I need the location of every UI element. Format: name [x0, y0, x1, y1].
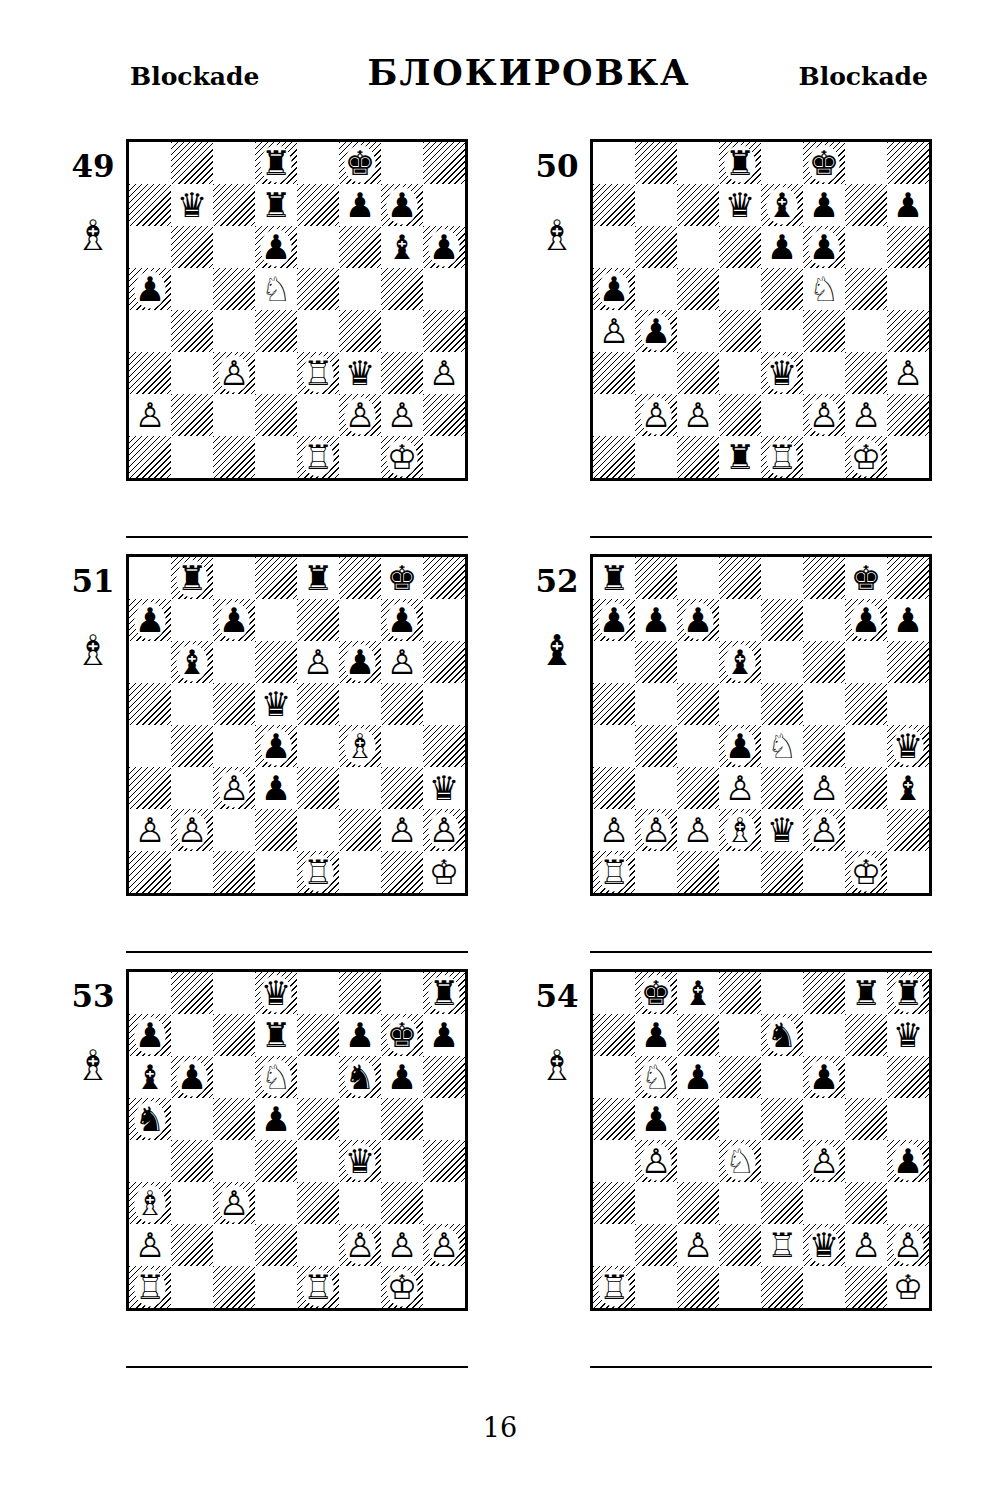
square-g2 [845, 809, 887, 851]
black-king: ♚ [381, 557, 423, 599]
square-g1 [845, 1266, 887, 1308]
square-c5 [213, 683, 255, 725]
white-pawn: ♙ [887, 1224, 929, 1266]
square-c2 [213, 1224, 255, 1266]
white-pawn: ♙ [213, 767, 255, 809]
diagram-52-board-area: ♜♚♟♟♟♟♟♝♟♘♛♙♙♝♙♙♙♗♛♙♖♔ [590, 554, 932, 953]
square-e1 [761, 1266, 803, 1308]
square-c7: ♟ [677, 599, 719, 641]
square-d8 [719, 557, 761, 599]
square-c8 [677, 557, 719, 599]
diagram-49-board-area: ♜♚♛♜♟♟♟♝♟♟♘♙♖♛♙♙♙♙♖♔ [126, 139, 468, 538]
square-g7 [845, 184, 887, 226]
square-f1 [803, 436, 845, 478]
square-b8: ♜ [171, 557, 213, 599]
square-g8: ♚ [845, 557, 887, 599]
square-a2: ♙ [129, 809, 171, 851]
white-pawn: ♙ [423, 1224, 465, 1266]
black-rook: ♜ [887, 972, 929, 1014]
square-a6 [593, 641, 635, 683]
white-knight: ♘ [635, 1056, 677, 1098]
square-a7: ♟ [129, 599, 171, 641]
square-e1: ♖ [761, 436, 803, 478]
square-e2 [297, 809, 339, 851]
white-king: ♔ [845, 436, 887, 478]
white-pawn: ♙ [593, 310, 635, 352]
black-pawn: ♟ [635, 310, 677, 352]
black-pawn: ♟ [213, 599, 255, 641]
white-rook: ♖ [129, 1266, 171, 1308]
black-bishop-icon: ♝ [538, 630, 576, 672]
square-f6: ♟ [803, 226, 845, 268]
square-d2 [719, 394, 761, 436]
square-c6 [677, 641, 719, 683]
black-rook: ♜ [297, 557, 339, 599]
diagram-49-margin: 49 ♗ [60, 139, 126, 538]
square-c3 [677, 352, 719, 394]
square-c3: ♙ [213, 352, 255, 394]
black-pawn: ♟ [423, 1014, 465, 1056]
square-a2: ♙ [129, 394, 171, 436]
square-h6 [887, 641, 929, 683]
square-a5: ♟ [593, 268, 635, 310]
white-pawn: ♙ [887, 352, 929, 394]
black-rook: ♜ [719, 142, 761, 184]
white-rook: ♖ [593, 1266, 635, 1308]
square-h7 [423, 184, 465, 226]
white-bishop-icon: ♗ [538, 215, 576, 257]
square-e5 [297, 268, 339, 310]
diagram-51: 51 ♗ ♜♜♚♟♟♟♝♙♟♙♛♟♗♙♟♛♙♙♙♙♖♔ [60, 554, 468, 953]
square-g2: ♙ [381, 394, 423, 436]
diagram-52-margin: 52 ♝ [524, 554, 590, 953]
square-f6: ♟ [803, 1056, 845, 1098]
square-f5 [339, 683, 381, 725]
black-pawn: ♟ [803, 184, 845, 226]
black-rook: ♜ [255, 1014, 297, 1056]
black-queen: ♛ [423, 767, 465, 809]
square-f8 [339, 557, 381, 599]
white-pawn: ♙ [677, 394, 719, 436]
diagram-53: 53 ♗ ♛♜♟♜♟♚♟♝♟♘♞♟♞♟♛♗♙♙♙♙♙♖♖♔ [60, 969, 468, 1368]
square-g8 [845, 142, 887, 184]
square-b2: ♙ [635, 394, 677, 436]
white-pawn: ♙ [803, 767, 845, 809]
page-title: БЛОКИРОВКА [338, 52, 721, 93]
white-rook: ♖ [761, 1224, 803, 1266]
square-g4 [845, 310, 887, 352]
square-f2: ♛ [803, 1224, 845, 1266]
black-queen: ♛ [761, 352, 803, 394]
square-d7 [719, 599, 761, 641]
square-g7: ♟ [381, 184, 423, 226]
square-b4: ♟ [635, 310, 677, 352]
black-king: ♚ [339, 142, 381, 184]
white-bishop: ♗ [129, 1182, 171, 1224]
black-pawn: ♟ [381, 184, 423, 226]
square-a4 [593, 1140, 635, 1182]
square-e7 [297, 599, 339, 641]
square-f2: ♙ [339, 1224, 381, 1266]
square-g4 [381, 725, 423, 767]
square-g5 [381, 268, 423, 310]
diagram-50-margin: 50 ♗ [524, 139, 590, 538]
square-b1 [171, 436, 213, 478]
square-g2: ♙ [845, 1224, 887, 1266]
square-g8 [381, 142, 423, 184]
square-a8 [129, 972, 171, 1014]
black-bishop: ♝ [129, 1056, 171, 1098]
square-f4 [803, 310, 845, 352]
square-b5 [635, 268, 677, 310]
white-pawn: ♙ [423, 809, 465, 851]
white-pawn: ♙ [635, 1140, 677, 1182]
black-rook: ♜ [593, 557, 635, 599]
square-a1 [129, 436, 171, 478]
square-g8: ♜ [845, 972, 887, 1014]
square-c1 [677, 436, 719, 478]
square-c4 [677, 310, 719, 352]
square-f5 [339, 1098, 381, 1140]
white-pawn: ♙ [803, 394, 845, 436]
square-a2 [593, 394, 635, 436]
diagram-grid: 49 ♗ ♜♚♛♜♟♟♟♝♟♟♘♙♖♛♙♙♙♙♖♔ 50 ♗ ♜♚♛♝♟♟♟♟♟… [60, 139, 1000, 1368]
square-e8 [297, 142, 339, 184]
square-a2: ♙ [129, 1224, 171, 1266]
square-e8 [761, 557, 803, 599]
white-pawn: ♙ [635, 809, 677, 851]
square-c2: ♙ [677, 1224, 719, 1266]
square-h7 [423, 599, 465, 641]
square-d8: ♛ [255, 972, 297, 1014]
square-a6: ♝ [129, 1056, 171, 1098]
square-b6: ♟ [171, 1056, 213, 1098]
square-h2 [887, 809, 929, 851]
white-pawn: ♙ [803, 1140, 845, 1182]
square-f7 [339, 599, 381, 641]
square-g5 [381, 1098, 423, 1140]
diagram-50: 50 ♗ ♜♚♛♝♟♟♟♟♟♘♙♟♛♙♙♙♙♙♜♖♔ [524, 139, 932, 538]
diagram-54-margin: 54 ♗ [524, 969, 590, 1368]
square-f3: ♙ [803, 767, 845, 809]
square-a4: ♙ [593, 310, 635, 352]
square-g1 [381, 851, 423, 893]
square-g2: ♙ [381, 809, 423, 851]
square-c6: ♟ [677, 1056, 719, 1098]
white-pawn: ♙ [719, 767, 761, 809]
white-knight: ♘ [803, 268, 845, 310]
square-e6 [761, 1056, 803, 1098]
square-e3 [761, 1182, 803, 1224]
white-knight: ♘ [719, 1140, 761, 1182]
black-bishop: ♝ [887, 767, 929, 809]
square-h6 [423, 1056, 465, 1098]
square-h2: ♙ [423, 1224, 465, 1266]
white-bishop: ♗ [719, 809, 761, 851]
black-bishop: ♝ [677, 972, 719, 1014]
square-g3 [845, 767, 887, 809]
diagram-52: 52 ♝ ♜♚♟♟♟♟♟♝♟♘♛♙♙♝♙♙♙♗♛♙♖♔ [524, 554, 932, 953]
square-d1 [719, 1266, 761, 1308]
square-g4 [381, 310, 423, 352]
black-bishop: ♝ [719, 641, 761, 683]
square-h8 [887, 557, 929, 599]
black-king: ♚ [635, 972, 677, 1014]
square-b4 [635, 725, 677, 767]
black-pawn: ♟ [845, 599, 887, 641]
square-d5: ♛ [255, 683, 297, 725]
square-a7 [593, 184, 635, 226]
square-f2: ♙ [803, 394, 845, 436]
diagram-number: 51 [71, 564, 114, 598]
square-e4 [297, 310, 339, 352]
white-rook: ♖ [297, 436, 339, 478]
square-h8: ♜ [423, 972, 465, 1014]
separator-line [590, 951, 932, 953]
square-h4: ♛ [887, 725, 929, 767]
header-left-label: Blockade [130, 62, 338, 91]
square-e8: ♜ [297, 557, 339, 599]
square-c5 [213, 1098, 255, 1140]
square-d6 [255, 641, 297, 683]
square-f7: ♟ [339, 1014, 381, 1056]
square-d1: ♜ [719, 436, 761, 478]
square-h3 [423, 1182, 465, 1224]
white-pawn: ♙ [803, 809, 845, 851]
square-c8 [677, 142, 719, 184]
square-h1: ♔ [887, 1266, 929, 1308]
diagram-53-margin: 53 ♗ [60, 969, 126, 1368]
square-d6 [719, 226, 761, 268]
square-a6 [593, 226, 635, 268]
square-b3 [635, 352, 677, 394]
square-c3: ♙ [213, 1182, 255, 1224]
square-e5 [761, 1098, 803, 1140]
square-h6 [887, 226, 929, 268]
square-b3 [635, 767, 677, 809]
square-f6 [803, 641, 845, 683]
square-c6 [677, 226, 719, 268]
square-b1 [635, 436, 677, 478]
white-pawn: ♙ [381, 641, 423, 683]
square-f8 [803, 972, 845, 1014]
separator-line [126, 1366, 468, 1368]
square-g4 [845, 725, 887, 767]
square-a5: ♟ [129, 268, 171, 310]
black-queen: ♛ [171, 184, 213, 226]
square-d4 [255, 310, 297, 352]
white-pawn: ♙ [423, 352, 465, 394]
white-king: ♔ [845, 851, 887, 893]
square-f5 [803, 683, 845, 725]
square-h3: ♝ [887, 767, 929, 809]
square-a2 [593, 1224, 635, 1266]
square-c7 [213, 184, 255, 226]
square-f3 [803, 1182, 845, 1224]
square-a3 [593, 767, 635, 809]
square-h8: ♜ [887, 972, 929, 1014]
white-pawn: ♙ [381, 809, 423, 851]
square-h5 [887, 268, 929, 310]
square-a6 [593, 1056, 635, 1098]
square-a5 [593, 683, 635, 725]
square-h3: ♛ [423, 767, 465, 809]
square-c1 [213, 1266, 255, 1308]
square-c6 [213, 226, 255, 268]
square-e4 [297, 725, 339, 767]
square-d3 [255, 352, 297, 394]
square-h5 [887, 1098, 929, 1140]
square-e4 [297, 1140, 339, 1182]
square-f4: ♗ [339, 725, 381, 767]
black-pawn: ♟ [339, 641, 381, 683]
square-c2 [213, 394, 255, 436]
page-header: Blockade БЛОКИРОВКА Blockade [130, 52, 928, 93]
square-c8 [213, 142, 255, 184]
square-f7 [803, 1014, 845, 1056]
square-e7: ♝ [761, 184, 803, 226]
square-b5 [171, 683, 213, 725]
square-d7: ♜ [255, 184, 297, 226]
square-c3 [677, 767, 719, 809]
square-h1 [423, 1266, 465, 1308]
square-g1: ♔ [381, 1266, 423, 1308]
square-f2 [339, 809, 381, 851]
white-pawn: ♙ [129, 394, 171, 436]
diagram-51-board-area: ♜♜♚♟♟♟♝♙♟♙♛♟♗♙♟♛♙♙♙♙♖♔ [126, 554, 468, 953]
square-f8 [339, 972, 381, 1014]
square-h6: ♟ [423, 226, 465, 268]
square-b2 [171, 1224, 213, 1266]
square-f1 [803, 1266, 845, 1308]
square-a4 [593, 725, 635, 767]
square-h5 [887, 683, 929, 725]
square-g8: ♚ [381, 557, 423, 599]
square-a1 [129, 851, 171, 893]
square-g7 [845, 1014, 887, 1056]
black-pawn: ♟ [635, 1098, 677, 1140]
square-d8: ♜ [255, 142, 297, 184]
square-a7 [593, 1014, 635, 1056]
square-e5 [297, 1098, 339, 1140]
black-pawn: ♟ [887, 599, 929, 641]
square-d7: ♛ [719, 184, 761, 226]
square-g1: ♔ [381, 436, 423, 478]
square-h1: ♔ [423, 851, 465, 893]
square-a3 [593, 352, 635, 394]
square-f7: ♟ [803, 184, 845, 226]
black-pawn: ♟ [339, 1014, 381, 1056]
square-b5: ♟ [635, 1098, 677, 1140]
square-c1 [677, 1266, 719, 1308]
square-f3: ♛ [339, 352, 381, 394]
square-d8 [255, 557, 297, 599]
diagram-number: 52 [535, 564, 578, 598]
square-b5 [171, 1098, 213, 1140]
square-f3 [339, 1182, 381, 1224]
black-queen: ♛ [255, 683, 297, 725]
black-pawn: ♟ [635, 1014, 677, 1056]
square-b2 [635, 1224, 677, 1266]
square-d5 [719, 1098, 761, 1140]
black-pawn: ♟ [887, 184, 929, 226]
black-pawn: ♟ [887, 1140, 929, 1182]
white-rook: ♖ [297, 1266, 339, 1308]
chess-board-52: ♜♚♟♟♟♟♟♝♟♘♛♙♙♝♙♙♙♗♛♙♖♔ [590, 554, 932, 896]
square-a5: ♞ [129, 1098, 171, 1140]
square-d2 [255, 809, 297, 851]
square-b2: ♙ [635, 809, 677, 851]
square-e3 [761, 767, 803, 809]
square-h8 [887, 142, 929, 184]
square-f4 [803, 725, 845, 767]
square-g5 [845, 268, 887, 310]
square-c2: ♙ [677, 394, 719, 436]
square-e1: ♖ [297, 1266, 339, 1308]
square-c1 [677, 851, 719, 893]
square-b6 [171, 226, 213, 268]
square-c4 [213, 310, 255, 352]
square-c2: ♙ [677, 809, 719, 851]
square-g3 [381, 352, 423, 394]
diagram-number: 53 [71, 979, 114, 1013]
square-c6 [213, 1056, 255, 1098]
square-g7: ♟ [845, 599, 887, 641]
square-f8: ♚ [339, 142, 381, 184]
separator-line [126, 536, 468, 538]
square-d8 [719, 972, 761, 1014]
square-a7: ♟ [129, 1014, 171, 1056]
square-d1 [719, 851, 761, 893]
square-e6: ♙ [297, 641, 339, 683]
black-pawn: ♟ [129, 599, 171, 641]
square-e7 [297, 1014, 339, 1056]
square-e4 [761, 310, 803, 352]
book-page: Blockade БЛОКИРОВКА Blockade 49 ♗ ♜♚♛♜♟♟… [0, 0, 1000, 1500]
square-g6: ♙ [381, 641, 423, 683]
square-d4: ♘ [719, 1140, 761, 1182]
black-pawn: ♟ [255, 725, 297, 767]
square-d2 [255, 394, 297, 436]
white-pawn: ♙ [213, 1182, 255, 1224]
white-bishop-icon: ♗ [538, 1045, 576, 1087]
white-pawn: ♙ [297, 641, 339, 683]
square-c6 [213, 641, 255, 683]
black-rook: ♜ [845, 972, 887, 1014]
black-pawn: ♟ [381, 599, 423, 641]
square-a5 [129, 683, 171, 725]
square-b4 [171, 725, 213, 767]
black-pawn: ♟ [635, 599, 677, 641]
black-pawn: ♟ [129, 268, 171, 310]
black-queen: ♛ [339, 352, 381, 394]
square-g4 [845, 1140, 887, 1182]
square-e2 [297, 1224, 339, 1266]
black-queen: ♛ [803, 1224, 845, 1266]
square-f5 [803, 1098, 845, 1140]
square-d6: ♘ [255, 1056, 297, 1098]
diagram-53-board-area: ♛♜♟♜♟♚♟♝♟♘♞♟♞♟♛♗♙♙♙♙♙♖♖♔ [126, 969, 468, 1368]
square-d8: ♜ [719, 142, 761, 184]
square-b2 [171, 394, 213, 436]
white-bishop: ♗ [339, 725, 381, 767]
black-pawn: ♟ [255, 767, 297, 809]
white-pawn: ♙ [845, 1224, 887, 1266]
black-pawn: ♟ [381, 1056, 423, 1098]
square-e6 [297, 226, 339, 268]
square-g8 [381, 972, 423, 1014]
square-d3 [719, 352, 761, 394]
